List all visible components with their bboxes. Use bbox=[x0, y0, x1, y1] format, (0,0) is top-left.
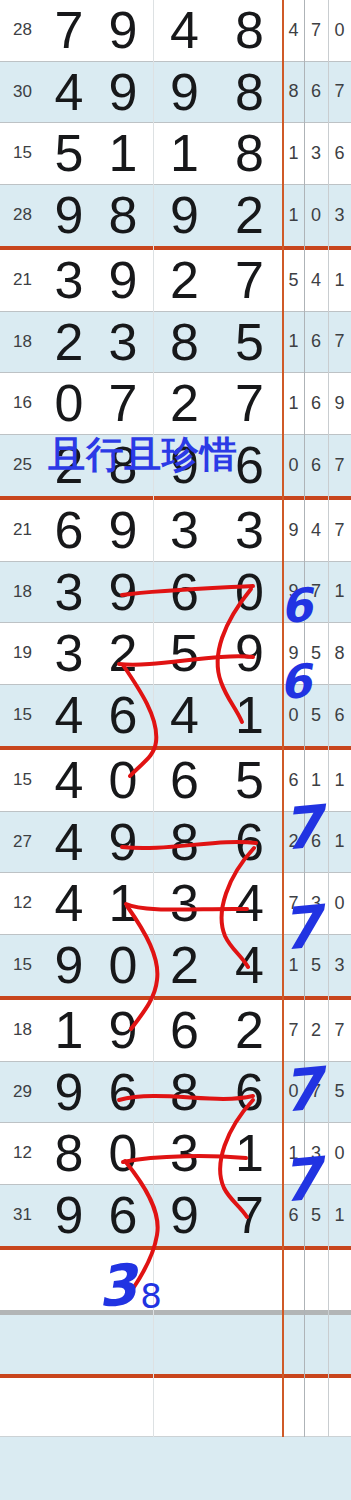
tail-digit: 1 bbox=[334, 270, 344, 291]
main-digit: 4 bbox=[55, 877, 84, 929]
main-digit: 1 bbox=[235, 1127, 264, 1179]
main-digit: 1 bbox=[170, 127, 199, 179]
main-digit: 5 bbox=[235, 316, 264, 368]
center-column-separator-line bbox=[153, 0, 154, 1437]
main-digit: 9 bbox=[109, 4, 138, 56]
main-digit: 3 bbox=[55, 566, 84, 618]
main-digit: 8 bbox=[235, 127, 264, 179]
tail-digit: 1 bbox=[288, 143, 298, 164]
draw-row: 289892103 bbox=[0, 185, 351, 247]
main-digit: 6 bbox=[170, 566, 199, 618]
main-digit: 5 bbox=[235, 754, 264, 806]
sum-value: 30 bbox=[0, 82, 32, 102]
main-digit: 8 bbox=[170, 816, 199, 868]
handwritten-digit-7: 7 bbox=[279, 797, 324, 858]
main-digit: 3 bbox=[55, 627, 84, 679]
tail-digit: 1 bbox=[288, 393, 298, 414]
main-digit: 4 bbox=[235, 939, 264, 991]
main-digit: 3 bbox=[109, 316, 138, 368]
sum-value: 19 bbox=[0, 643, 32, 663]
sum-value: 15 bbox=[0, 770, 32, 790]
sum-value: 31 bbox=[0, 1205, 32, 1225]
main-digit: 6 bbox=[109, 1189, 138, 1241]
tail-digit: 1 bbox=[334, 770, 344, 791]
sum-value: 18 bbox=[0, 582, 32, 602]
tail-digit: 0 bbox=[288, 455, 298, 476]
tail-digit: 7 bbox=[334, 1020, 344, 1041]
draw-row: 304998867 bbox=[0, 62, 351, 124]
tail-digit: 0 bbox=[334, 20, 344, 41]
main-digit: 6 bbox=[235, 1066, 264, 1118]
main-digit: 0 bbox=[109, 1127, 138, 1179]
tail-digit: 1 bbox=[334, 831, 344, 852]
tail-digit: 5 bbox=[334, 1081, 344, 1102]
sum-value: 16 bbox=[0, 393, 32, 413]
main-digit: 8 bbox=[55, 1127, 84, 1179]
main-digit: 2 bbox=[170, 377, 199, 429]
main-digit: 4 bbox=[170, 4, 199, 56]
main-digit: 9 bbox=[109, 66, 138, 118]
handwritten-digit-7: 7 bbox=[279, 1059, 324, 1120]
tail-digit: 6 bbox=[311, 81, 321, 102]
sum-value: 12 bbox=[0, 893, 32, 913]
main-digit: 7 bbox=[109, 377, 138, 429]
sum-value: 15 bbox=[0, 143, 32, 163]
tail-digit: 0 bbox=[334, 893, 344, 914]
tail-digit: 7 bbox=[334, 81, 344, 102]
main-digit: 1 bbox=[235, 689, 264, 741]
tail-digit: 9 bbox=[288, 520, 298, 541]
main-digit: 8 bbox=[235, 66, 264, 118]
main-digit: 7 bbox=[55, 4, 84, 56]
main-digit: 9 bbox=[170, 1189, 199, 1241]
handwritten-digit-3: 3 bbox=[95, 1256, 139, 1315]
handwritten-digit-6: 6 bbox=[277, 658, 313, 707]
main-digit: 3 bbox=[170, 504, 199, 556]
sum-value: 15 bbox=[0, 955, 32, 975]
tail-digit: 4 bbox=[311, 520, 321, 541]
main-digit: 0 bbox=[235, 566, 264, 618]
main-digit: 9 bbox=[55, 1066, 84, 1118]
main-digit: 2 bbox=[55, 316, 84, 368]
main-digit: 3 bbox=[235, 504, 264, 556]
sum-value: 27 bbox=[0, 832, 32, 852]
main-digit: 6 bbox=[109, 689, 138, 741]
draw-row: 181962727 bbox=[0, 1000, 351, 1062]
sum-value: 28 bbox=[0, 205, 32, 225]
tail-digit: 3 bbox=[334, 205, 344, 226]
main-digit: 9 bbox=[170, 66, 199, 118]
tail-column-separator-line-2 bbox=[328, 0, 329, 1437]
main-digit: 3 bbox=[55, 254, 84, 306]
tail-digit: 6 bbox=[288, 770, 298, 791]
sum-value: 21 bbox=[0, 520, 32, 540]
main-digit: 8 bbox=[109, 189, 138, 241]
tail-digit: 3 bbox=[334, 955, 344, 976]
main-digit: 1 bbox=[109, 127, 138, 179]
bottom-blue-band bbox=[0, 1315, 351, 1374]
sum-value: 18 bbox=[0, 332, 32, 352]
tail-digit: 0 bbox=[334, 1143, 344, 1164]
main-digit: 7 bbox=[235, 1189, 264, 1241]
main-digit: 6 bbox=[170, 1004, 199, 1056]
tail-digit: 4 bbox=[288, 20, 298, 41]
main-digit: 9 bbox=[55, 1189, 84, 1241]
tail-digit: 8 bbox=[288, 81, 298, 102]
main-digit: 8 bbox=[170, 316, 199, 368]
main-digit: 5 bbox=[170, 627, 199, 679]
main-digit: 0 bbox=[109, 939, 138, 991]
tail-digit: 6 bbox=[311, 331, 321, 352]
main-digit: 6 bbox=[170, 754, 199, 806]
tail-digit: 5 bbox=[288, 270, 298, 291]
sum-value: 15 bbox=[0, 705, 32, 725]
main-digit: 2 bbox=[109, 627, 138, 679]
tail-digit: 9 bbox=[334, 393, 344, 414]
handwritten-digit-6: 6 bbox=[278, 582, 314, 631]
tail-digit: 8 bbox=[334, 643, 344, 664]
tail-digit: 7 bbox=[288, 1020, 298, 1041]
tail-digit: 7 bbox=[334, 331, 344, 352]
main-digit: 9 bbox=[55, 939, 84, 991]
main-digit: 9 bbox=[55, 189, 84, 241]
tail-digit: 5 bbox=[311, 643, 321, 664]
main-digit: 2 bbox=[170, 939, 199, 991]
main-digit: 2 bbox=[170, 254, 199, 306]
draw-row: 287948470 bbox=[0, 0, 351, 62]
tail-digit: 7 bbox=[334, 455, 344, 476]
main-digit: 1 bbox=[109, 877, 138, 929]
tail-digit: 7 bbox=[334, 520, 344, 541]
tail-digit: 2 bbox=[311, 1020, 321, 1041]
handwritten-digit-7: 7 bbox=[278, 897, 323, 958]
tail-digit: 3 bbox=[311, 143, 321, 164]
tail-digit: 0 bbox=[311, 205, 321, 226]
orange-main-tail-separator-line bbox=[282, 0, 284, 1437]
main-digit: 9 bbox=[170, 189, 199, 241]
main-digit: 9 bbox=[109, 566, 138, 618]
main-digit: 4 bbox=[55, 66, 84, 118]
draw-row: 216933947 bbox=[0, 500, 351, 562]
main-digit: 4 bbox=[55, 689, 84, 741]
tail-digit: 7 bbox=[311, 20, 321, 41]
main-digit: 6 bbox=[109, 1066, 138, 1118]
main-digit: 9 bbox=[235, 627, 264, 679]
main-digit: 7 bbox=[235, 377, 264, 429]
lottery-trend-chart[interactable]: 2879484703049988671551181362898921032139… bbox=[0, 0, 351, 1500]
sum-value: 18 bbox=[0, 1020, 32, 1040]
tail-digit: 6 bbox=[334, 705, 344, 726]
tail-digit: 1 bbox=[288, 331, 298, 352]
main-digit: 6 bbox=[235, 439, 264, 491]
sum-value: 29 bbox=[0, 1082, 32, 1102]
handwritten-digit-7: 7 bbox=[278, 1149, 323, 1210]
tail-digit: 6 bbox=[311, 393, 321, 414]
tail-digit: 4 bbox=[311, 270, 321, 291]
tail-digit: 6 bbox=[334, 143, 344, 164]
watermark-text: 且行且珍惜 bbox=[48, 433, 238, 477]
main-digit: 4 bbox=[170, 689, 199, 741]
bottom-white-band bbox=[0, 1250, 351, 1310]
main-digit: 9 bbox=[109, 816, 138, 868]
tail-digit: 6 bbox=[311, 455, 321, 476]
main-digit: 8 bbox=[170, 1066, 199, 1118]
draw-row: 213927541 bbox=[0, 250, 351, 312]
main-digit: 6 bbox=[55, 504, 84, 556]
main-digit: 0 bbox=[109, 754, 138, 806]
main-digit: 4 bbox=[235, 877, 264, 929]
main-digit: 3 bbox=[170, 877, 199, 929]
main-digit: 9 bbox=[109, 504, 138, 556]
main-digit: 9 bbox=[109, 1004, 138, 1056]
main-digit: 9 bbox=[109, 254, 138, 306]
main-digit: 5 bbox=[55, 127, 84, 179]
main-digit: 3 bbox=[170, 1127, 199, 1179]
tail-column-separator-line-1 bbox=[304, 0, 305, 1437]
main-digit: 6 bbox=[235, 816, 264, 868]
tail-digit: 1 bbox=[311, 770, 321, 791]
sum-value: 21 bbox=[0, 270, 32, 290]
main-digit: 2 bbox=[235, 189, 264, 241]
sum-value: 12 bbox=[0, 1143, 32, 1163]
main-digit: 0 bbox=[55, 377, 84, 429]
bottom-white-band-2 bbox=[0, 1378, 351, 1437]
sum-value: 28 bbox=[0, 20, 32, 40]
draw-row: 182385167 bbox=[0, 312, 351, 374]
tail-digit: 1 bbox=[334, 1205, 344, 1226]
main-digit: 4 bbox=[55, 816, 84, 868]
draw-row: 160727169 bbox=[0, 373, 351, 435]
bottom-blue-band-2 bbox=[0, 1437, 351, 1500]
tail-digit: 1 bbox=[334, 581, 344, 602]
sum-value: 25 bbox=[0, 455, 32, 475]
draw-row: 155118136 bbox=[0, 123, 351, 185]
tail-digit: 1 bbox=[288, 205, 298, 226]
tail-digit: 5 bbox=[311, 705, 321, 726]
tail-digit: 7 bbox=[311, 581, 321, 602]
main-digit: 7 bbox=[235, 254, 264, 306]
handwritten-digit-8: 8 bbox=[140, 1279, 162, 1313]
main-digit: 2 bbox=[235, 1004, 264, 1056]
main-digit: 8 bbox=[235, 4, 264, 56]
main-digit: 1 bbox=[55, 1004, 84, 1056]
main-digit: 4 bbox=[55, 754, 84, 806]
